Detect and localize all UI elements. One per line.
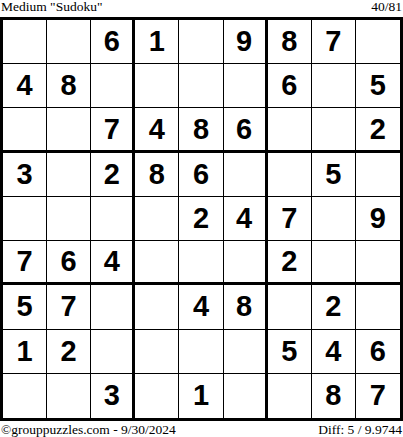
cell-r7c5[interactable]: 4 — [179, 285, 223, 329]
cell-r6c5[interactable] — [179, 241, 223, 285]
footer-bar: ©grouppuzzles.com - 9/30/2024 Diff: 5 / … — [1, 421, 402, 437]
cell-r5c3[interactable] — [91, 197, 135, 241]
cell-r1c2[interactable] — [47, 20, 91, 64]
cell-r3c9[interactable]: 2 — [356, 108, 400, 152]
cell-r2c1[interactable]: 4 — [3, 64, 47, 108]
cell-r5c8[interactable] — [312, 197, 356, 241]
cell-r6c4[interactable] — [135, 241, 179, 285]
cell-r9c7[interactable] — [268, 374, 312, 418]
cell-r3c5[interactable]: 8 — [179, 108, 223, 152]
sudoku-grid[interactable]: 6198748657486232865247976425748212546318… — [0, 17, 403, 421]
cell-r8c6[interactable] — [224, 330, 268, 374]
cell-r2c4[interactable] — [135, 64, 179, 108]
cell-r3c8[interactable] — [312, 108, 356, 152]
cell-r1c9[interactable] — [356, 20, 400, 64]
cell-r1c7[interactable]: 8 — [268, 20, 312, 64]
cell-r9c3[interactable]: 3 — [91, 374, 135, 418]
difficulty-text: Diff: 5 / 9.9744 — [318, 422, 402, 437]
cell-r1c6[interactable]: 9 — [224, 20, 268, 64]
cell-r8c4[interactable] — [135, 330, 179, 374]
cell-r7c3[interactable] — [91, 285, 135, 329]
cell-r1c3[interactable]: 6 — [91, 20, 135, 64]
cell-r7c2[interactable]: 7 — [47, 285, 91, 329]
cell-r6c1[interactable]: 7 — [3, 241, 47, 285]
cell-r5c2[interactable] — [47, 197, 91, 241]
cell-r5c5[interactable]: 2 — [179, 197, 223, 241]
cell-r8c2[interactable]: 2 — [47, 330, 91, 374]
cell-r7c4[interactable] — [135, 285, 179, 329]
cell-r5c1[interactable] — [3, 197, 47, 241]
header-bar: Medium "Sudoku" 40/81 — [1, 0, 402, 16]
cell-r1c4[interactable]: 1 — [135, 20, 179, 64]
cell-r9c9[interactable]: 7 — [356, 374, 400, 418]
cell-r4c8[interactable]: 5 — [312, 153, 356, 197]
cell-r2c5[interactable] — [179, 64, 223, 108]
cell-r3c7[interactable] — [268, 108, 312, 152]
cell-r7c8[interactable]: 2 — [312, 285, 356, 329]
cell-r9c5[interactable]: 1 — [179, 374, 223, 418]
cell-r6c2[interactable]: 6 — [47, 241, 91, 285]
copyright-text: ©grouppuzzles.com - 9/30/2024 — [1, 422, 176, 437]
givens-counter: 40/81 — [371, 0, 402, 14]
cell-r7c1[interactable]: 5 — [3, 285, 47, 329]
cell-r9c6[interactable] — [224, 374, 268, 418]
cell-r2c8[interactable] — [312, 64, 356, 108]
cell-r1c1[interactable] — [3, 20, 47, 64]
cell-r6c3[interactable]: 4 — [91, 241, 135, 285]
cell-r4c3[interactable]: 2 — [91, 153, 135, 197]
cell-r8c5[interactable] — [179, 330, 223, 374]
cell-r3c4[interactable]: 4 — [135, 108, 179, 152]
cell-r2c9[interactable]: 5 — [356, 64, 400, 108]
cell-r5c9[interactable]: 9 — [356, 197, 400, 241]
cell-r4c6[interactable] — [224, 153, 268, 197]
cell-r3c6[interactable]: 6 — [224, 108, 268, 152]
cell-r2c3[interactable] — [91, 64, 135, 108]
cell-r4c7[interactable] — [268, 153, 312, 197]
cell-r8c9[interactable]: 6 — [356, 330, 400, 374]
cell-r7c9[interactable] — [356, 285, 400, 329]
cell-r8c7[interactable]: 5 — [268, 330, 312, 374]
cell-r5c7[interactable]: 7 — [268, 197, 312, 241]
cell-r9c1[interactable] — [3, 374, 47, 418]
cell-r8c1[interactable]: 1 — [3, 330, 47, 374]
cell-r4c4[interactable]: 8 — [135, 153, 179, 197]
cell-r7c6[interactable]: 8 — [224, 285, 268, 329]
cell-r4c9[interactable] — [356, 153, 400, 197]
cell-r7c7[interactable] — [268, 285, 312, 329]
cell-r3c3[interactable]: 7 — [91, 108, 135, 152]
cell-r4c5[interactable]: 6 — [179, 153, 223, 197]
cell-r6c8[interactable] — [312, 241, 356, 285]
cell-r3c2[interactable] — [47, 108, 91, 152]
cell-r1c8[interactable]: 7 — [312, 20, 356, 64]
cell-r9c4[interactable] — [135, 374, 179, 418]
cell-r6c7[interactable]: 2 — [268, 241, 312, 285]
cell-r4c2[interactable] — [47, 153, 91, 197]
cell-r6c6[interactable] — [224, 241, 268, 285]
cell-r8c3[interactable] — [91, 330, 135, 374]
cell-r9c2[interactable] — [47, 374, 91, 418]
cell-r5c4[interactable] — [135, 197, 179, 241]
cell-r5c6[interactable]: 4 — [224, 197, 268, 241]
cell-r8c8[interactable]: 4 — [312, 330, 356, 374]
cell-r4c1[interactable]: 3 — [3, 153, 47, 197]
cell-r1c5[interactable] — [179, 20, 223, 64]
cell-r9c8[interactable]: 8 — [312, 374, 356, 418]
cell-r3c1[interactable] — [3, 108, 47, 152]
cell-r2c6[interactable] — [224, 64, 268, 108]
puzzle-title: Medium "Sudoku" — [1, 0, 102, 14]
cell-r2c7[interactable]: 6 — [268, 64, 312, 108]
cell-r2c2[interactable]: 8 — [47, 64, 91, 108]
cell-r6c9[interactable] — [356, 241, 400, 285]
